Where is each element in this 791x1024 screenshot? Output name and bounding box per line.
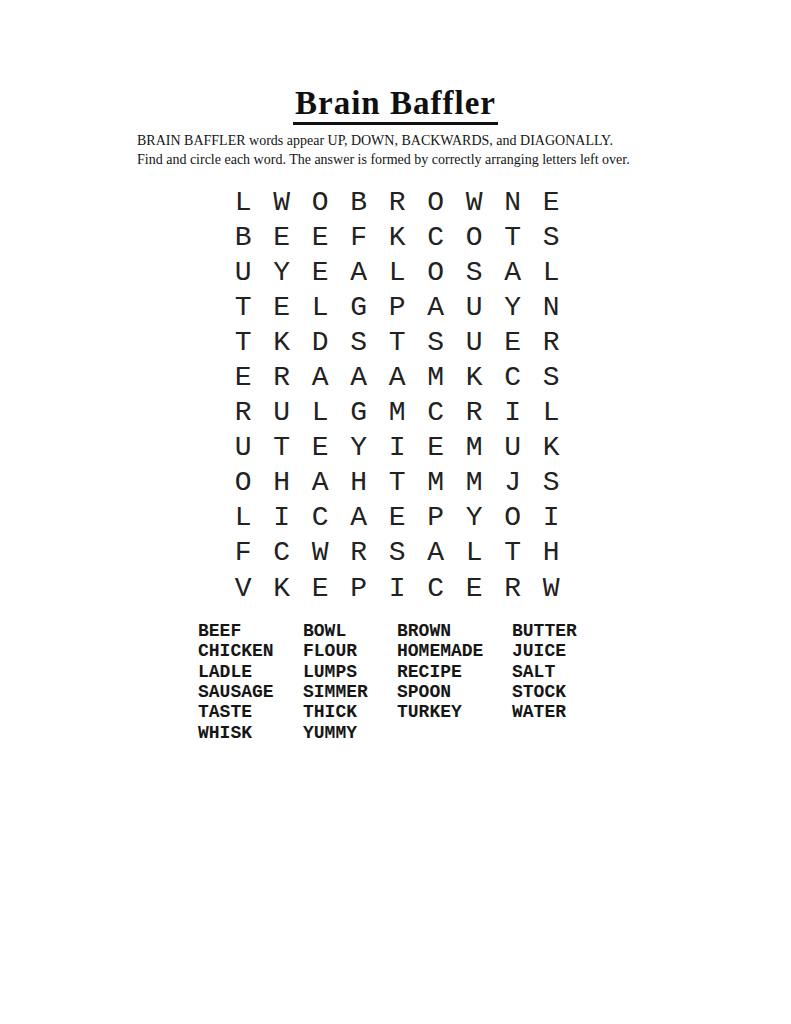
grid-cell-r3c6[interactable]: O: [417, 255, 456, 290]
grid-cell-r1c3[interactable]: O: [301, 185, 340, 220]
grid-cell-r8c3[interactable]: E: [301, 431, 340, 466]
grid-cell-r5c5[interactable]: T: [378, 325, 417, 360]
grid-cell-r8c7[interactable]: M: [455, 431, 494, 466]
grid-cell-r6c4[interactable]: A: [340, 360, 379, 395]
grid-cell-r11c4[interactable]: R: [340, 536, 379, 571]
worksheet-page: Brain Baffler BRAIN BAFFLER words appear…: [0, 0, 791, 1024]
grid-cell-r11c1[interactable]: F: [224, 536, 263, 571]
grid-cell-r10c8[interactable]: O: [494, 501, 533, 536]
grid-cell-r8c1[interactable]: U: [224, 431, 263, 466]
grid-cell-r4c2[interactable]: E: [263, 290, 302, 325]
grid-cell-r2c5[interactable]: K: [378, 220, 417, 255]
grid-cell-r7c5[interactable]: M: [378, 396, 417, 431]
grid-cell-r9c8[interactable]: J: [494, 466, 533, 501]
grid-cell-r2c6[interactable]: C: [417, 220, 456, 255]
grid-cell-r6c1[interactable]: E: [224, 360, 263, 395]
grid-cell-r3c7[interactable]: S: [455, 255, 494, 290]
grid-cell-r8c2[interactable]: T: [263, 431, 302, 466]
grid-cell-r10c9[interactable]: I: [532, 501, 571, 536]
grid-cell-r9c5[interactable]: T: [378, 466, 417, 501]
grid-cell-r1c9[interactable]: E: [532, 185, 571, 220]
grid-cell-r1c4[interactable]: B: [340, 185, 379, 220]
grid-cell-r12c7[interactable]: E: [455, 571, 494, 606]
grid-cell-r6c8[interactable]: C: [494, 360, 533, 395]
instruction-line-2: Find and circle each word. The answer is…: [137, 150, 630, 169]
grid-cell-r11c8[interactable]: T: [494, 536, 533, 571]
grid-cell-r2c4[interactable]: F: [340, 220, 379, 255]
grid-cell-r4c6[interactable]: A: [417, 290, 456, 325]
grid-cell-r7c2[interactable]: U: [263, 396, 302, 431]
grid-cell-r10c3[interactable]: C: [301, 501, 340, 536]
word-recipe: RECIPE: [397, 662, 512, 682]
word-sausage: SAUSAGE: [198, 682, 303, 702]
word-list: BEEFBOWLBROWNBUTTERCHICKENFLOURHOMEMADEJ…: [198, 621, 622, 743]
grid-cell-r6c9[interactable]: S: [532, 360, 571, 395]
grid-cell-r9c4[interactable]: H: [340, 466, 379, 501]
grid-cell-r7c8[interactable]: I: [494, 396, 533, 431]
grid-cell-r7c1[interactable]: R: [224, 396, 263, 431]
grid-cell-r8c9[interactable]: K: [532, 431, 571, 466]
grid-cell-r2c8[interactable]: T: [494, 220, 533, 255]
grid-cell-r10c2[interactable]: I: [263, 501, 302, 536]
grid-cell-r11c6[interactable]: A: [417, 536, 456, 571]
grid-cell-r3c5[interactable]: L: [378, 255, 417, 290]
grid-cell-r3c8[interactable]: A: [494, 255, 533, 290]
grid-cell-r1c1[interactable]: L: [224, 185, 263, 220]
grid-cell-r7c4[interactable]: G: [340, 396, 379, 431]
grid-cell-r5c7[interactable]: U: [455, 325, 494, 360]
grid-cell-r3c9[interactable]: L: [532, 255, 571, 290]
word-search-grid: LWOBROWNEBEEFKCOTSUYEALOSALTELGPAUYNTKDS…: [224, 185, 571, 606]
grid-cell-r8c5[interactable]: I: [378, 431, 417, 466]
grid-cell-r4c1[interactable]: T: [224, 290, 263, 325]
grid-cell-r7c3[interactable]: L: [301, 396, 340, 431]
grid-cell-r12c4[interactable]: P: [340, 571, 379, 606]
grid-cell-r12c1[interactable]: V: [224, 571, 263, 606]
word-bowl: BOWL: [303, 621, 397, 641]
word-thick: THICK: [303, 702, 397, 722]
grid-cell-r7c6[interactable]: C: [417, 396, 456, 431]
grid-cell-r2c9[interactable]: S: [532, 220, 571, 255]
word-salt: SALT: [512, 662, 622, 682]
grid-cell-r10c1[interactable]: L: [224, 501, 263, 536]
grid-cell-r6c6[interactable]: M: [417, 360, 456, 395]
grid-cell-r5c8[interactable]: E: [494, 325, 533, 360]
word-simmer: SIMMER: [303, 682, 397, 702]
grid-cell-r8c6[interactable]: E: [417, 431, 456, 466]
grid-cell-r9c6[interactable]: M: [417, 466, 456, 501]
word-water: WATER: [512, 702, 622, 722]
word-turkey: TURKEY: [397, 702, 512, 722]
grid-cell-r1c7[interactable]: W: [455, 185, 494, 220]
grid-cell-r10c7[interactable]: Y: [455, 501, 494, 536]
grid-cell-r11c7[interactable]: L: [455, 536, 494, 571]
grid-cell-r9c3[interactable]: A: [301, 466, 340, 501]
grid-cell-r5c1[interactable]: T: [224, 325, 263, 360]
grid-cell-r4c8[interactable]: Y: [494, 290, 533, 325]
grid-cell-r2c2[interactable]: E: [263, 220, 302, 255]
grid-cell-r5c9[interactable]: R: [532, 325, 571, 360]
grid-cell-r4c4[interactable]: G: [340, 290, 379, 325]
grid-cell-r5c3[interactable]: D: [301, 325, 340, 360]
word-juice: JUICE: [512, 641, 622, 661]
grid-cell-r10c5[interactable]: E: [378, 501, 417, 536]
grid-cell-r1c8[interactable]: N: [494, 185, 533, 220]
grid-cell-r11c5[interactable]: S: [378, 536, 417, 571]
word-chicken: CHICKEN: [198, 641, 303, 661]
grid-cell-r11c3[interactable]: W: [301, 536, 340, 571]
grid-cell-r12c6[interactable]: C: [417, 571, 456, 606]
word-ladle: LADLE: [198, 662, 303, 682]
word-stock: STOCK: [512, 682, 622, 702]
grid-cell-r4c7[interactable]: U: [455, 290, 494, 325]
grid-cell-r1c5[interactable]: R: [378, 185, 417, 220]
grid-cell-r1c6[interactable]: O: [417, 185, 456, 220]
grid-cell-r4c9[interactable]: N: [532, 290, 571, 325]
grid-cell-r9c2[interactable]: H: [263, 466, 302, 501]
grid-cell-r6c3[interactable]: A: [301, 360, 340, 395]
word-brown: BROWN: [397, 621, 512, 641]
grid-cell-r8c4[interactable]: Y: [340, 431, 379, 466]
word-beef: BEEF: [198, 621, 303, 641]
word-butter: BUTTER: [512, 621, 622, 641]
grid-cell-r4c3[interactable]: L: [301, 290, 340, 325]
title-row: Brain Baffler: [0, 86, 791, 125]
word-taste: TASTE: [198, 702, 303, 722]
grid-cell-r5c6[interactable]: S: [417, 325, 456, 360]
grid-cell-r12c8[interactable]: R: [494, 571, 533, 606]
grid-cell-r1c2[interactable]: W: [263, 185, 302, 220]
grid-cell-r12c9[interactable]: W: [532, 571, 571, 606]
grid-cell-r2c1[interactable]: B: [224, 220, 263, 255]
grid-cell-r11c2[interactable]: C: [263, 536, 302, 571]
grid-cell-r10c6[interactable]: P: [417, 501, 456, 536]
instruction-line-1: BRAIN BAFFLER words appear UP, DOWN, BAC…: [137, 131, 630, 150]
word-lumps: LUMPS: [303, 662, 397, 682]
grid-cell-r5c2[interactable]: K: [263, 325, 302, 360]
word-yummy: YUMMY: [303, 722, 397, 742]
word-homemade: HOMEMADE: [397, 641, 512, 661]
grid-cell-r10c4[interactable]: A: [340, 501, 379, 536]
grid-cell-r6c7[interactable]: K: [455, 360, 494, 395]
word-whisk: WHISK: [198, 722, 303, 742]
grid-cell-r2c7[interactable]: O: [455, 220, 494, 255]
grid-cell-r6c2[interactable]: R: [263, 360, 302, 395]
grid-cell-r12c5[interactable]: I: [378, 571, 417, 606]
instructions: BRAIN BAFFLER words appear UP, DOWN, BAC…: [137, 131, 630, 169]
grid-cell-r9c7[interactable]: M: [455, 466, 494, 501]
grid-cell-r9c9[interactable]: S: [532, 466, 571, 501]
grid-cell-r8c8[interactable]: U: [494, 431, 533, 466]
grid-cell-r2c3[interactable]: E: [301, 220, 340, 255]
grid-cell-r3c4[interactable]: A: [340, 255, 379, 290]
grid-cell-r11c9[interactable]: H: [532, 536, 571, 571]
grid-cell-r6c5[interactable]: A: [378, 360, 417, 395]
grid-cell-r3c3[interactable]: E: [301, 255, 340, 290]
grid-cell-r9c1[interactable]: O: [224, 466, 263, 501]
word-spoon: SPOON: [397, 682, 512, 702]
word-flour: FLOUR: [303, 641, 397, 661]
grid-cell-r4c5[interactable]: P: [378, 290, 417, 325]
grid-cell-r3c1[interactable]: U: [224, 255, 263, 290]
grid-cell-r12c2[interactable]: K: [263, 571, 302, 606]
grid-cell-r7c9[interactable]: L: [532, 396, 571, 431]
grid-cell-r12c3[interactable]: E: [301, 571, 340, 606]
grid-cell-r7c7[interactable]: R: [455, 396, 494, 431]
page-title: Brain Baffler: [293, 86, 498, 125]
grid-cell-r3c2[interactable]: Y: [263, 255, 302, 290]
grid-cell-r5c4[interactable]: S: [340, 325, 379, 360]
